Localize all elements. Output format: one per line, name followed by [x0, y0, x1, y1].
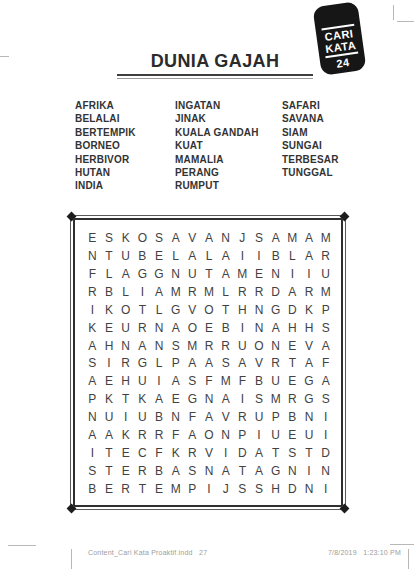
- grid-cell[interactable]: V: [201, 444, 218, 462]
- grid-cell[interactable]: E: [101, 319, 118, 337]
- grid-cell[interactable]: I: [317, 480, 334, 498]
- grid-cell[interactable]: T: [101, 444, 118, 462]
- grid-cell[interactable]: N: [251, 301, 268, 319]
- grid-cell[interactable]: R: [151, 426, 168, 444]
- word-item: AFRIKA: [75, 99, 175, 112]
- grid-cell[interactable]: E: [84, 229, 101, 247]
- word-item: KUALA GANDAH: [175, 126, 282, 139]
- grid-cell[interactable]: U: [134, 372, 151, 390]
- grid-cell[interactable]: A: [301, 247, 318, 265]
- grid-cell[interactable]: R: [134, 319, 151, 337]
- grid-cell[interactable]: N: [217, 229, 234, 247]
- grid-cell[interactable]: I: [234, 319, 251, 337]
- grid-cell[interactable]: N: [151, 319, 168, 337]
- word-item: INGATAN: [175, 99, 282, 112]
- grid-cell[interactable]: M: [284, 229, 301, 247]
- grid-cell[interactable]: D: [317, 444, 334, 462]
- grid-cell[interactable]: S: [217, 355, 234, 373]
- grid-cell[interactable]: O: [201, 426, 218, 444]
- grid-cell[interactable]: N: [267, 337, 284, 355]
- grid-cell[interactable]: A: [151, 390, 168, 408]
- grid-cell[interactable]: A: [201, 408, 218, 426]
- grid-cell[interactable]: V: [217, 408, 234, 426]
- grid-cell[interactable]: A: [267, 229, 284, 247]
- grid-cell[interactable]: B: [267, 247, 284, 265]
- word-item: MAMALIA: [175, 153, 282, 166]
- grid-cell[interactable]: I: [217, 444, 234, 462]
- grid-cell[interactable]: T: [134, 301, 151, 319]
- word-item: SIAM: [282, 126, 339, 139]
- grid-cell[interactable]: F: [317, 355, 334, 373]
- grid-cell[interactable]: B: [101, 283, 118, 301]
- grid-cell[interactable]: S: [317, 319, 334, 337]
- grid-cell[interactable]: A: [117, 265, 134, 283]
- footer-filename: Content_Cari Kata Proaktif.indd 27: [88, 549, 207, 556]
- grid-cell[interactable]: M: [234, 265, 251, 283]
- grid-cell[interactable]: A: [251, 444, 268, 462]
- grid-cell[interactable]: E: [284, 426, 301, 444]
- grid-cell[interactable]: U: [117, 247, 134, 265]
- grid-cell[interactable]: A: [267, 319, 284, 337]
- grid-cell[interactable]: R: [117, 355, 134, 373]
- grid-cell[interactable]: L: [101, 265, 118, 283]
- grid-cell[interactable]: F: [151, 444, 168, 462]
- grid-cell[interactable]: I: [301, 462, 318, 480]
- grid-cell[interactable]: U: [184, 265, 201, 283]
- grid-cell[interactable]: H: [117, 372, 134, 390]
- grid-cell[interactable]: S: [84, 355, 101, 373]
- grid-cell[interactable]: N: [84, 247, 101, 265]
- grid-cell[interactable]: S: [251, 480, 268, 498]
- grid-cell[interactable]: B: [217, 319, 234, 337]
- grid-cell[interactable]: S: [251, 229, 268, 247]
- crop-mark: [408, 549, 409, 569]
- grid-cell[interactable]: I: [301, 265, 318, 283]
- puzzle-frame: ESKOSAVANJSAMAMNTUBELALAIIBLARFLAGGNUTAM…: [70, 215, 346, 510]
- grid-cell[interactable]: S: [167, 337, 184, 355]
- grid-cell[interactable]: K: [134, 390, 151, 408]
- grid-cell[interactable]: M: [317, 283, 334, 301]
- grid-cell[interactable]: E: [101, 480, 118, 498]
- grid-cell[interactable]: U: [134, 408, 151, 426]
- grid-cell[interactable]: N: [151, 337, 168, 355]
- grid-cell[interactable]: R: [184, 283, 201, 301]
- grid-cell[interactable]: I: [134, 283, 151, 301]
- grid-cell[interactable]: B: [284, 408, 301, 426]
- grid-cell[interactable]: S: [284, 444, 301, 462]
- word-item: HERBIVOR: [75, 153, 175, 166]
- grid-cell[interactable]: A: [84, 426, 101, 444]
- grid-cell[interactable]: V: [184, 301, 201, 319]
- grid-cell[interactable]: M: [217, 372, 234, 390]
- badge-issue-number: 24: [336, 56, 351, 70]
- grid-cell[interactable]: J: [217, 480, 234, 498]
- grid-cell[interactable]: I: [284, 265, 301, 283]
- grid-cell[interactable]: A: [184, 355, 201, 373]
- word-list: AFRIKABELALAIBERTEMPIKBORNEOHERBIVORHUTA…: [75, 99, 339, 193]
- grid-cell[interactable]: N: [167, 408, 184, 426]
- grid-cell[interactable]: N: [317, 462, 334, 480]
- page-title: DUNIA GAJAH: [115, 51, 315, 72]
- grid-cell[interactable]: L: [151, 301, 168, 319]
- grid-cell[interactable]: T: [117, 390, 134, 408]
- grid-cell[interactable]: O: [251, 337, 268, 355]
- grid-cell[interactable]: H: [267, 480, 284, 498]
- grid-cell[interactable]: O: [184, 319, 201, 337]
- grid-cell[interactable]: R: [317, 247, 334, 265]
- grid-cell[interactable]: U: [267, 426, 284, 444]
- grid-cell[interactable]: R: [284, 390, 301, 408]
- grid-cell[interactable]: G: [184, 390, 201, 408]
- grid-cell[interactable]: T: [101, 247, 118, 265]
- grid-cell[interactable]: S: [101, 229, 118, 247]
- cari-kata-badge: CARI KATA 24: [312, 1, 366, 76]
- grid-cell[interactable]: R: [117, 480, 134, 498]
- footer-timestamp: 7/8/2019 1:23:10 PM: [328, 549, 401, 556]
- grid-cell[interactable]: A: [217, 247, 234, 265]
- grid-cell[interactable]: V: [184, 229, 201, 247]
- grid-cell[interactable]: E: [284, 372, 301, 390]
- word-item: SAFARI: [282, 99, 339, 112]
- grid-cell[interactable]: D: [284, 480, 301, 498]
- grid-cell[interactable]: L: [151, 355, 168, 373]
- grid-cell[interactable]: P: [184, 480, 201, 498]
- grid-cell[interactable]: G: [151, 265, 168, 283]
- grid-cell[interactable]: D: [234, 444, 251, 462]
- grid-cell[interactable]: T: [201, 265, 218, 283]
- grid-cell[interactable]: A: [251, 462, 268, 480]
- word-item: JINAK: [175, 112, 282, 125]
- grid-cell[interactable]: T: [267, 444, 284, 462]
- grid-cell[interactable]: H: [234, 301, 251, 319]
- grid-cell[interactable]: V: [251, 355, 268, 373]
- word-list-column-2: INGATANJINAKKUALA GANDAHKUATMAMALIAPERAN…: [175, 99, 282, 193]
- grid-cell[interactable]: S: [234, 480, 251, 498]
- grid-cell[interactable]: T: [217, 301, 234, 319]
- grid-cell[interactable]: F: [84, 265, 101, 283]
- grid-cell[interactable]: I: [251, 247, 268, 265]
- grid-cell[interactable]: R: [234, 408, 251, 426]
- grid-cell[interactable]: N: [201, 390, 218, 408]
- grid-cell[interactable]: I: [234, 390, 251, 408]
- grid-cell[interactable]: F: [184, 408, 201, 426]
- grid-cell[interactable]: R: [301, 283, 318, 301]
- grid-cell[interactable]: M: [317, 229, 334, 247]
- grid-cell[interactable]: T: [301, 444, 318, 462]
- grid-cell[interactable]: D: [284, 301, 301, 319]
- grid-cell[interactable]: A: [134, 337, 151, 355]
- crop-mark: [390, 544, 414, 545]
- grid-cell[interactable]: E: [117, 462, 134, 480]
- grid-cell[interactable]: P: [167, 355, 184, 373]
- grid-cell[interactable]: E: [151, 247, 168, 265]
- grid-cell[interactable]: G: [301, 372, 318, 390]
- crop-mark: [397, 21, 414, 22]
- word-item: SAVANA: [282, 112, 339, 125]
- word-item: PERANG: [175, 166, 282, 179]
- page: CARI KATA 24 DUNIA GAJAH AFRIKABELALAIBE…: [0, 0, 416, 569]
- grid-cell[interactable]: A: [201, 355, 218, 373]
- grid-cell[interactable]: E: [167, 390, 184, 408]
- grid-cell[interactable]: I: [117, 408, 134, 426]
- grid-cell[interactable]: M: [167, 283, 184, 301]
- grid-cell[interactable]: S: [84, 462, 101, 480]
- grid-cell[interactable]: T: [234, 462, 251, 480]
- grid-cell[interactable]: G: [267, 301, 284, 319]
- grid-cell[interactable]: T: [134, 480, 151, 498]
- grid-cell[interactable]: M: [201, 283, 218, 301]
- grid-cell[interactable]: B: [151, 462, 168, 480]
- grid-cell[interactable]: N: [267, 265, 284, 283]
- grid-cell[interactable]: A: [201, 229, 218, 247]
- grid-cell[interactable]: U: [101, 408, 118, 426]
- grid-cell[interactable]: U: [234, 337, 251, 355]
- grid-cell[interactable]: N: [117, 337, 134, 355]
- grid-cell[interactable]: B: [84, 480, 101, 498]
- grid-cell[interactable]: U: [251, 408, 268, 426]
- grid-cell[interactable]: I: [317, 426, 334, 444]
- letter-grid: ESKOSAVANJSAMAMNTUBELALAIIBLARFLAGGNUTAM…: [84, 229, 334, 498]
- grid-cell[interactable]: R: [84, 283, 101, 301]
- grid-cell[interactable]: R: [217, 337, 234, 355]
- grid-cell[interactable]: R: [134, 462, 151, 480]
- grid-cell[interactable]: O: [201, 301, 218, 319]
- grid-cell[interactable]: P: [267, 408, 284, 426]
- grid-cell[interactable]: A: [151, 283, 168, 301]
- grid-cell[interactable]: I: [201, 480, 218, 498]
- grid-cell[interactable]: A: [217, 265, 234, 283]
- grid-cell[interactable]: K: [301, 301, 318, 319]
- word-item: HUTAN: [75, 166, 175, 179]
- grid-cell[interactable]: A: [184, 426, 201, 444]
- grid-cell[interactable]: A: [301, 355, 318, 373]
- grid-cell[interactable]: A: [167, 372, 184, 390]
- grid-cell[interactable]: R: [251, 283, 268, 301]
- word-item: RUMPUT: [175, 179, 282, 192]
- grid-cell[interactable]: L: [167, 247, 184, 265]
- grid-cell[interactable]: N: [84, 408, 101, 426]
- word-item: BELALAI: [75, 112, 175, 125]
- grid-cell[interactable]: C: [134, 444, 151, 462]
- grid-cell[interactable]: K: [117, 426, 134, 444]
- grid-cell[interactable]: S: [251, 390, 268, 408]
- grid-cell[interactable]: P: [84, 390, 101, 408]
- grid-cell[interactable]: S: [184, 372, 201, 390]
- grid-cell[interactable]: I: [151, 372, 168, 390]
- grid-cell[interactable]: E: [284, 337, 301, 355]
- grid-cell[interactable]: R: [267, 355, 284, 373]
- grid-cell[interactable]: N: [284, 462, 301, 480]
- grid-cell[interactable]: G: [167, 301, 184, 319]
- grid-cell[interactable]: M: [184, 337, 201, 355]
- grid-cell[interactable]: S: [317, 390, 334, 408]
- crop-mark: [393, 5, 394, 20]
- grid-cell[interactable]: L: [201, 247, 218, 265]
- grid-cell[interactable]: R: [234, 283, 251, 301]
- grid-cell[interactable]: K: [101, 390, 118, 408]
- grid-cell[interactable]: E: [117, 444, 134, 462]
- grid-cell[interactable]: R: [134, 426, 151, 444]
- grid-cell[interactable]: M: [267, 390, 284, 408]
- word-list-column-3: SAFARISAVANASIAMSUNGAITERBESARTUNGGAL: [282, 99, 339, 193]
- grid-cell[interactable]: A: [317, 372, 334, 390]
- grid-cell[interactable]: N: [201, 462, 218, 480]
- grid-cell[interactable]: J: [234, 229, 251, 247]
- grid-cell[interactable]: G: [267, 462, 284, 480]
- grid-cell[interactable]: U: [117, 319, 134, 337]
- grid-cell[interactable]: L: [117, 283, 134, 301]
- grid-cell[interactable]: R: [184, 444, 201, 462]
- grid-cell[interactable]: A: [84, 337, 101, 355]
- grid-cell[interactable]: B: [251, 372, 268, 390]
- crop-mark: [8, 545, 36, 546]
- grid-cell[interactable]: U: [301, 426, 318, 444]
- grid-cell[interactable]: A: [184, 247, 201, 265]
- grid-cell[interactable]: D: [267, 283, 284, 301]
- grid-cell[interactable]: H: [101, 337, 118, 355]
- grid-cell[interactable]: H: [301, 319, 318, 337]
- grid-cell[interactable]: S: [184, 462, 201, 480]
- grid-cell[interactable]: U: [267, 372, 284, 390]
- grid-cell[interactable]: A: [167, 229, 184, 247]
- grid-cell[interactable]: K: [117, 229, 134, 247]
- grid-cell[interactable]: E: [151, 480, 168, 498]
- crop-mark: [71, 549, 72, 569]
- grid-cell[interactable]: I: [84, 301, 101, 319]
- grid-cell[interactable]: I: [234, 247, 251, 265]
- grid-cell[interactable]: N: [301, 408, 318, 426]
- puzzle-frame-inner: ESKOSAVANJSAMAMNTUBELALAIIBLARFLAGGNUTAM…: [73, 218, 343, 507]
- word-item: BERTEMPIK: [75, 126, 175, 139]
- grid-cell[interactable]: A: [84, 372, 101, 390]
- grid-cell[interactable]: L: [284, 247, 301, 265]
- grid-cell[interactable]: A: [101, 426, 118, 444]
- grid-cell[interactable]: A: [167, 319, 184, 337]
- grid-cell[interactable]: R: [201, 337, 218, 355]
- grid-cell[interactable]: F: [167, 426, 184, 444]
- grid-cell[interactable]: I: [84, 444, 101, 462]
- word-list-column-1: AFRIKABELALAIBERTEMPIKBORNEOHERBIVORHUTA…: [75, 99, 175, 193]
- grid-cell[interactable]: B: [151, 408, 168, 426]
- word-item: BORNEO: [75, 139, 175, 152]
- grid-cell[interactable]: G: [134, 265, 151, 283]
- title-underline: [117, 74, 313, 79]
- grid-cell[interactable]: F: [201, 372, 218, 390]
- grid-cell[interactable]: B: [134, 247, 151, 265]
- grid-cell[interactable]: M: [167, 480, 184, 498]
- grid-cell[interactable]: O: [134, 229, 151, 247]
- grid-cell[interactable]: A: [167, 462, 184, 480]
- grid-cell[interactable]: S: [151, 229, 168, 247]
- grid-cell[interactable]: A: [217, 462, 234, 480]
- grid-cell[interactable]: N: [251, 319, 268, 337]
- grid-cell[interactable]: L: [217, 283, 234, 301]
- grid-cell[interactable]: U: [317, 265, 334, 283]
- grid-cell[interactable]: G: [134, 355, 151, 373]
- grid-cell[interactable]: K: [167, 444, 184, 462]
- grid-cell[interactable]: E: [201, 319, 218, 337]
- grid-cell[interactable]: K: [84, 319, 101, 337]
- grid-cell[interactable]: N: [167, 265, 184, 283]
- word-item: INDIA: [75, 179, 175, 192]
- grid-cell[interactable]: P: [317, 301, 334, 319]
- grid-cell[interactable]: H: [284, 319, 301, 337]
- grid-cell[interactable]: T: [284, 355, 301, 373]
- word-item: SUNGAI: [282, 139, 339, 152]
- grid-cell[interactable]: N: [217, 426, 234, 444]
- grid-cell[interactable]: N: [301, 480, 318, 498]
- grid-cell[interactable]: O: [117, 301, 134, 319]
- grid-cell[interactable]: I: [101, 355, 118, 373]
- crop-mark: [0, 56, 9, 57]
- grid-cell[interactable]: E: [101, 372, 118, 390]
- grid-cell[interactable]: I: [251, 426, 268, 444]
- word-item: KUAT: [175, 139, 282, 152]
- grid-cell[interactable]: F: [234, 372, 251, 390]
- grid-cell[interactable]: P: [234, 426, 251, 444]
- word-item: TERBESAR: [282, 153, 339, 166]
- grid-cell[interactable]: A: [217, 390, 234, 408]
- grid-cell[interactable]: I: [317, 408, 334, 426]
- grid-cell[interactable]: K: [101, 301, 118, 319]
- grid-cell[interactable]: T: [101, 462, 118, 480]
- word-item: TUNGGAL: [282, 166, 339, 179]
- grid-cell[interactable]: E: [251, 265, 268, 283]
- grid-cell[interactable]: A: [317, 337, 334, 355]
- grid-cell[interactable]: V: [301, 337, 318, 355]
- grid-cell[interactable]: A: [284, 283, 301, 301]
- grid-cell[interactable]: A: [234, 355, 251, 373]
- grid-cell[interactable]: G: [301, 390, 318, 408]
- grid-cell[interactable]: A: [301, 229, 318, 247]
